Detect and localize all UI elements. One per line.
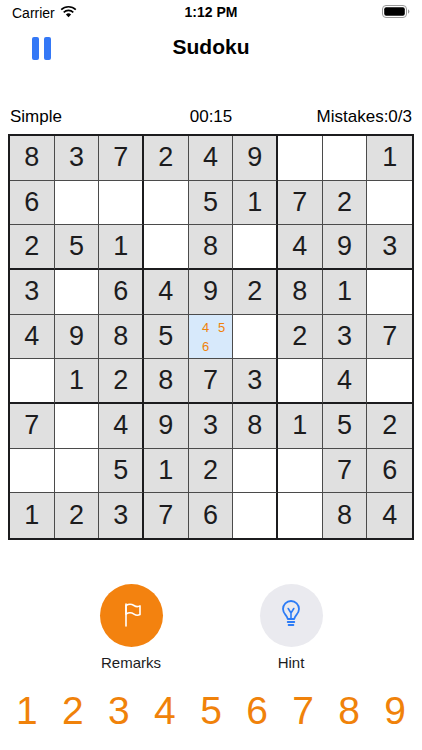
pad-digit-1[interactable]: 1 bbox=[16, 689, 38, 733]
cell-r6c2[interactable]: 1 bbox=[55, 359, 100, 404]
cell-r7c3[interactable]: 4 bbox=[99, 404, 144, 449]
cell-r4c5[interactable]: 9 bbox=[189, 270, 234, 315]
cell-r6c3[interactable]: 2 bbox=[99, 359, 144, 404]
cell-r6c5[interactable]: 7 bbox=[189, 359, 234, 404]
cell-r4c6[interactable]: 2 bbox=[233, 270, 278, 315]
cell-r5c8[interactable]: 3 bbox=[323, 315, 368, 360]
cell-r3c3[interactable]: 1 bbox=[99, 225, 144, 270]
cell-r4c4[interactable]: 4 bbox=[144, 270, 189, 315]
cell-r7c6[interactable]: 8 bbox=[233, 404, 278, 449]
cell-r8c6[interactable] bbox=[233, 449, 278, 494]
cell-r8c3[interactable]: 5 bbox=[99, 449, 144, 494]
cell-r9c8[interactable]: 8 bbox=[323, 493, 368, 538]
hint-label: Hint bbox=[278, 654, 305, 671]
cell-r3c4[interactable] bbox=[144, 225, 189, 270]
cell-r9c3[interactable]: 3 bbox=[99, 493, 144, 538]
cell-r8c8[interactable]: 7 bbox=[323, 449, 368, 494]
flag-icon bbox=[118, 600, 144, 632]
cell-r8c1[interactable] bbox=[10, 449, 55, 494]
hint-button[interactable]: Hint bbox=[251, 584, 331, 671]
cell-r5c3[interactable]: 8 bbox=[99, 315, 144, 360]
cell-r1c2[interactable]: 3 bbox=[55, 136, 100, 181]
cell-r6c8[interactable]: 4 bbox=[323, 359, 368, 404]
cell-r9c5[interactable]: 6 bbox=[189, 493, 234, 538]
cell-r9c7[interactable] bbox=[278, 493, 323, 538]
pad-digit-8[interactable]: 8 bbox=[338, 689, 360, 733]
cell-r7c7[interactable]: 1 bbox=[278, 404, 323, 449]
remarks-label: Remarks bbox=[101, 654, 161, 671]
cell-r2c9[interactable] bbox=[367, 181, 412, 226]
pad-digit-9[interactable]: 9 bbox=[384, 689, 406, 733]
cell-r8c2[interactable] bbox=[55, 449, 100, 494]
cell-r9c4[interactable]: 7 bbox=[144, 493, 189, 538]
cell-r1c1[interactable]: 8 bbox=[10, 136, 55, 181]
cell-r5c2[interactable]: 9 bbox=[55, 315, 100, 360]
wifi-icon bbox=[60, 5, 77, 21]
cell-r3c1[interactable]: 2 bbox=[10, 225, 55, 270]
cell-r8c9[interactable]: 6 bbox=[367, 449, 412, 494]
cell-r3c9[interactable]: 3 bbox=[367, 225, 412, 270]
cell-r9c1[interactable]: 1 bbox=[10, 493, 55, 538]
cell-r2c1[interactable]: 6 bbox=[10, 181, 55, 226]
cell-r6c6[interactable]: 3 bbox=[233, 359, 278, 404]
mistakes-label: Mistakes:0/3 bbox=[317, 107, 412, 127]
cell-r5c4[interactable]: 5 bbox=[144, 315, 189, 360]
sudoku-board: 8372491651722518493364928149854562371287… bbox=[8, 134, 414, 540]
sudoku-app: Carrier 1:12 PM bbox=[0, 0, 422, 750]
cell-r6c4[interactable]: 8 bbox=[144, 359, 189, 404]
cell-r5c1[interactable]: 4 bbox=[10, 315, 55, 360]
cell-r2c6[interactable]: 1 bbox=[233, 181, 278, 226]
cell-r4c3[interactable]: 6 bbox=[99, 270, 144, 315]
cell-r4c7[interactable]: 8 bbox=[278, 270, 323, 315]
cell-r7c5[interactable]: 3 bbox=[189, 404, 234, 449]
cell-r9c9[interactable]: 4 bbox=[367, 493, 412, 538]
cell-r1c7[interactable] bbox=[278, 136, 323, 181]
cell-r3c5[interactable]: 8 bbox=[189, 225, 234, 270]
cell-r8c7[interactable] bbox=[278, 449, 323, 494]
carrier-label: Carrier bbox=[12, 5, 55, 21]
cell-r9c2[interactable]: 2 bbox=[55, 493, 100, 538]
info-row: Simple 00:15 Mistakes:0/3 bbox=[0, 106, 422, 128]
nav-bar: Sudoku bbox=[0, 30, 422, 70]
cell-r9c6[interactable] bbox=[233, 493, 278, 538]
cell-r4c2[interactable] bbox=[55, 270, 100, 315]
cell-r6c7[interactable] bbox=[278, 359, 323, 404]
cell-r7c9[interactable]: 2 bbox=[367, 404, 412, 449]
cell-r1c4[interactable]: 2 bbox=[144, 136, 189, 181]
pad-digit-4[interactable]: 4 bbox=[154, 689, 176, 733]
cell-r3c7[interactable]: 4 bbox=[278, 225, 323, 270]
cell-r3c8[interactable]: 9 bbox=[323, 225, 368, 270]
cell-r2c7[interactable]: 7 bbox=[278, 181, 323, 226]
pad-digit-7[interactable]: 7 bbox=[292, 689, 314, 733]
cell-r6c9[interactable] bbox=[367, 359, 412, 404]
pad-digit-6[interactable]: 6 bbox=[246, 689, 268, 733]
status-bar: Carrier 1:12 PM bbox=[0, 0, 422, 24]
number-pad: 123456789 bbox=[0, 689, 422, 733]
cell-r8c5[interactable]: 2 bbox=[189, 449, 234, 494]
pencil-marks: 456 bbox=[189, 315, 233, 359]
cell-r3c6[interactable] bbox=[233, 225, 278, 270]
cell-r7c2[interactable] bbox=[55, 404, 100, 449]
cell-r4c8[interactable]: 1 bbox=[323, 270, 368, 315]
hint-circle bbox=[260, 584, 323, 647]
cell-r2c8[interactable]: 2 bbox=[323, 181, 368, 226]
cell-r7c8[interactable]: 5 bbox=[323, 404, 368, 449]
cell-r5c6[interactable] bbox=[233, 315, 278, 360]
battery-icon bbox=[382, 5, 410, 21]
cell-r3c2[interactable]: 5 bbox=[55, 225, 100, 270]
cell-r2c4[interactable] bbox=[144, 181, 189, 226]
remarks-button[interactable]: Remarks bbox=[91, 584, 171, 671]
page-title: Sudoku bbox=[0, 35, 422, 59]
cell-r2c3[interactable] bbox=[99, 181, 144, 226]
cell-r7c1[interactable]: 7 bbox=[10, 404, 55, 449]
cell-r1c6[interactable]: 9 bbox=[233, 136, 278, 181]
cell-r5c7[interactable]: 2 bbox=[278, 315, 323, 360]
difficulty-label: Simple bbox=[10, 107, 62, 127]
remarks-circle bbox=[100, 584, 163, 647]
cell-r7c4[interactable]: 9 bbox=[144, 404, 189, 449]
cell-r4c1[interactable]: 3 bbox=[10, 270, 55, 315]
action-buttons: Remarks Hint bbox=[0, 584, 422, 671]
pad-digit-5[interactable]: 5 bbox=[200, 689, 222, 733]
cell-r2c5[interactable]: 5 bbox=[189, 181, 234, 226]
lightbulb-icon bbox=[278, 599, 304, 633]
cell-r5c5[interactable]: 456 bbox=[189, 315, 234, 360]
cell-r8c4[interactable]: 1 bbox=[144, 449, 189, 494]
cell-r1c5[interactable]: 4 bbox=[189, 136, 234, 181]
cell-r1c3[interactable]: 7 bbox=[99, 136, 144, 181]
cell-r5c9[interactable]: 7 bbox=[367, 315, 412, 360]
cell-r1c8[interactable] bbox=[323, 136, 368, 181]
cell-r6c1[interactable] bbox=[10, 359, 55, 404]
pad-digit-2[interactable]: 2 bbox=[62, 689, 84, 733]
cell-r1c9[interactable]: 1 bbox=[367, 136, 412, 181]
cell-r2c2[interactable] bbox=[55, 181, 100, 226]
pad-digit-3[interactable]: 3 bbox=[108, 689, 130, 733]
cell-r4c9[interactable] bbox=[367, 270, 412, 315]
